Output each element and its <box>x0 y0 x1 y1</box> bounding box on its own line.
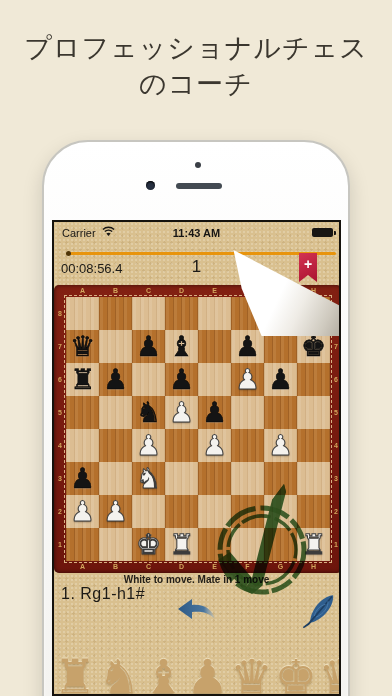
square-b3[interactable] <box>99 462 132 495</box>
square-f6[interactable]: ♟ <box>231 363 264 396</box>
piece-wP-f6[interactable]: ♟ <box>231 363 264 396</box>
square-h6[interactable] <box>297 363 330 396</box>
earpiece-speaker <box>176 183 222 189</box>
coord-label-6: 6 <box>54 363 66 396</box>
piece-wR-d1[interactable]: ♜ <box>165 528 198 561</box>
coord-label-8: 8 <box>54 297 66 330</box>
file-labels-bottom: ABCDEFGH <box>66 561 330 573</box>
square-a5[interactable] <box>66 396 99 429</box>
decor-piece: ♝ <box>142 649 186 696</box>
square-g2[interactable] <box>264 495 297 528</box>
square-c3[interactable]: ♞ <box>132 462 165 495</box>
square-d5[interactable]: ♟ <box>165 396 198 429</box>
coord-label-g: G <box>264 561 297 573</box>
app-title-line1: プロフェッショナルチェス <box>0 30 392 66</box>
coord-label-5: 5 <box>54 396 66 429</box>
app-title-line2: のコーチ <box>0 66 392 102</box>
clock-label: 11:43 AM <box>54 227 339 239</box>
square-c5[interactable]: ♞ <box>132 396 165 429</box>
rank-labels-right: 87654321 <box>330 297 341 561</box>
coord-label-5: 5 <box>330 396 341 429</box>
piece-bP-e5[interactable]: ♟ <box>198 396 231 429</box>
piece-wP-g4[interactable]: ♟ <box>264 429 297 462</box>
piece-bP-f7[interactable]: ♟ <box>231 330 264 363</box>
square-c4[interactable]: ♟ <box>132 429 165 462</box>
square-d2[interactable] <box>165 495 198 528</box>
coord-label-3: 3 <box>330 462 341 495</box>
coord-label-4: 4 <box>330 429 341 462</box>
square-f5[interactable] <box>231 396 264 429</box>
square-g4[interactable]: ♟ <box>264 429 297 462</box>
square-h5[interactable] <box>297 396 330 429</box>
piece-wR-h1[interactable]: ♜ <box>297 528 330 561</box>
square-g1[interactable] <box>264 528 297 561</box>
bookmark-add-button[interactable]: + <box>299 253 317 282</box>
decor-piece: ♛ <box>231 649 275 696</box>
square-d6[interactable]: ♟ <box>165 363 198 396</box>
decor-piece: ♛ <box>319 649 341 696</box>
piece-wP-e4[interactable]: ♟ <box>198 429 231 462</box>
square-e2[interactable] <box>198 495 231 528</box>
square-e4[interactable]: ♟ <box>198 429 231 462</box>
piece-wP-b2[interactable]: ♟ <box>99 495 132 528</box>
square-b5[interactable] <box>99 396 132 429</box>
square-b1[interactable] <box>99 528 132 561</box>
square-d1[interactable]: ♜ <box>165 528 198 561</box>
square-c7[interactable]: ♟ <box>132 330 165 363</box>
coord-label-c: C <box>132 285 165 297</box>
square-g6[interactable]: ♟ <box>264 363 297 396</box>
battery-icon <box>312 228 333 237</box>
square-b7[interactable] <box>99 330 132 363</box>
coord-label-1: 1 <box>330 528 341 561</box>
square-a7[interactable]: ♛ <box>66 330 99 363</box>
square-c6[interactable] <box>132 363 165 396</box>
square-a2[interactable]: ♟ <box>66 495 99 528</box>
coord-label-b: B <box>99 285 132 297</box>
square-h3[interactable] <box>297 462 330 495</box>
square-b4[interactable] <box>99 429 132 462</box>
square-a1[interactable] <box>66 528 99 561</box>
square-e3[interactable] <box>198 462 231 495</box>
square-a6[interactable]: ♜ <box>66 363 99 396</box>
square-e5[interactable]: ♟ <box>198 396 231 429</box>
square-f2[interactable] <box>231 495 264 528</box>
coord-label-4: 4 <box>54 429 66 462</box>
app-title: プロフェッショナルチェス のコーチ <box>0 30 392 102</box>
puzzle-caption: White to move. Mate in 1 move <box>54 574 339 585</box>
piece-bN-c5[interactable]: ♞ <box>132 396 165 429</box>
square-f4[interactable] <box>231 429 264 462</box>
square-b6[interactable]: ♟ <box>99 363 132 396</box>
coord-label-a: A <box>66 561 99 573</box>
piece-bP-d6[interactable]: ♟ <box>165 363 198 396</box>
coord-label-a: A <box>66 285 99 297</box>
coord-label-b: B <box>99 561 132 573</box>
coord-label-d: D <box>165 561 198 573</box>
decor-piece: ♚ <box>275 649 319 696</box>
move-list: 1. Rg1-h1# <box>61 585 145 603</box>
square-f7[interactable]: ♟ <box>231 330 264 363</box>
coord-label-2: 2 <box>54 495 66 528</box>
square-e1[interactable] <box>198 528 231 561</box>
piece-bB-d7[interactable]: ♝ <box>165 330 198 363</box>
coord-label-c: C <box>132 561 165 573</box>
coord-label-d: D <box>165 285 198 297</box>
piece-wK-c1[interactable]: ♚ <box>132 528 165 561</box>
piece-bR-a6[interactable]: ♜ <box>66 363 99 396</box>
square-f1[interactable] <box>231 528 264 561</box>
coord-label-e: E <box>198 285 231 297</box>
board-grid[interactable]: ♝♛♟♝♟♚♜♟♟♟♟♞♟♟♟♟♟♟♞♟♟♚♜♜ <box>66 297 330 561</box>
square-b2[interactable]: ♟ <box>99 495 132 528</box>
piece-bP-a3[interactable]: ♟ <box>66 462 99 495</box>
front-camera <box>146 181 155 190</box>
piece-bP-b6[interactable]: ♟ <box>99 363 132 396</box>
piece-wN-c3[interactable]: ♞ <box>132 462 165 495</box>
piece-bP-g6[interactable]: ♟ <box>264 363 297 396</box>
puzzle-number: 1 <box>54 257 339 277</box>
square-c1[interactable]: ♚ <box>132 528 165 561</box>
square-c8[interactable] <box>132 297 165 330</box>
decor-piece: ♞ <box>98 649 142 696</box>
square-d7[interactable]: ♝ <box>165 330 198 363</box>
decorative-piece-lineup: ♜♞♝♟♛♚♛♝♞♜ <box>54 642 339 696</box>
square-d3[interactable] <box>165 462 198 495</box>
status-bar: Carrier 11:43 AM <box>54 222 339 244</box>
coord-label-2: 2 <box>330 495 341 528</box>
quill-feather-icon[interactable] <box>300 588 338 636</box>
square-a8[interactable] <box>66 297 99 330</box>
square-g5[interactable] <box>264 396 297 429</box>
piece-bP-c7[interactable]: ♟ <box>132 330 165 363</box>
progress-dot <box>66 251 71 256</box>
square-h2[interactable] <box>297 495 330 528</box>
sensor-dot <box>195 162 201 168</box>
coord-label-h: H <box>297 561 330 573</box>
square-h1[interactable]: ♜ <box>297 528 330 561</box>
square-h4[interactable] <box>297 429 330 462</box>
square-d4[interactable] <box>165 429 198 462</box>
square-a4[interactable] <box>66 429 99 462</box>
square-a3[interactable]: ♟ <box>66 462 99 495</box>
square-b8[interactable] <box>99 297 132 330</box>
square-e6[interactable] <box>198 363 231 396</box>
coord-label-3: 3 <box>54 462 66 495</box>
coord-label-7: 7 <box>54 330 66 363</box>
square-e8[interactable] <box>198 297 231 330</box>
rank-labels-left: 87654321 <box>54 297 66 561</box>
piece-wP-c4[interactable]: ♟ <box>132 429 165 462</box>
square-f3[interactable] <box>231 462 264 495</box>
decor-piece: ♜ <box>54 649 98 696</box>
coord-label-6: 6 <box>330 363 341 396</box>
square-e7[interactable] <box>198 330 231 363</box>
square-g3[interactable] <box>264 462 297 495</box>
coord-label-e: E <box>198 561 231 573</box>
coord-label-f: F <box>231 561 264 573</box>
piece-bQ-a7[interactable]: ♛ <box>66 330 99 363</box>
progress-line <box>70 252 336 255</box>
coord-label-1: 1 <box>54 528 66 561</box>
piece-wP-d5[interactable]: ♟ <box>165 396 198 429</box>
undo-back-arrow-icon[interactable] <box>176 597 216 623</box>
square-c2[interactable] <box>132 495 165 528</box>
piece-wP-a2[interactable]: ♟ <box>66 495 99 528</box>
square-d8[interactable] <box>165 297 198 330</box>
decor-piece: ♟ <box>186 649 230 696</box>
app-screen: Carrier 11:43 AM 00:08:56.4 1 + ABCDEFGH… <box>52 220 341 696</box>
